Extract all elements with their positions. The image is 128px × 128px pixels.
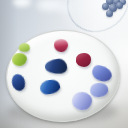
bead-slate [102, 3, 109, 10]
bead-cluster [0, 0, 128, 128]
bead-slate [116, 2, 123, 9]
photo-canvas [0, 0, 128, 128]
bead-slate [106, 10, 113, 17]
